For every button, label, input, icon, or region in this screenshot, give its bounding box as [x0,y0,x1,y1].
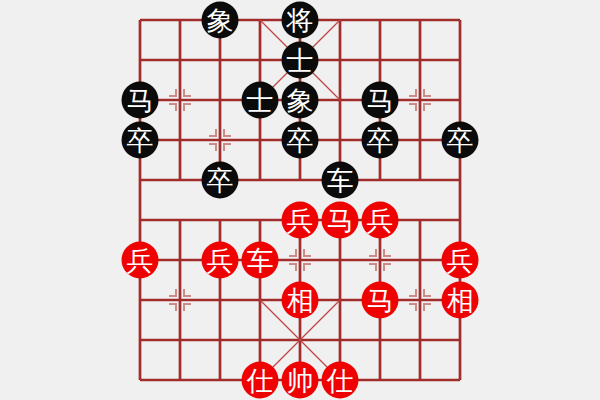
red-horse[interactable]: 马 [362,282,399,319]
red-general[interactable]: 帅 [282,362,319,399]
red-soldier[interactable]: 兵 [442,242,479,279]
red-elephant[interactable]: 相 [282,282,319,319]
black-soldier[interactable]: 卒 [282,122,319,159]
xiangqi-board: 象将士马士象马卒卒卒卒卒车兵马兵兵兵车兵相马相仕帅仕 [0,0,600,400]
black-horse[interactable]: 马 [362,82,399,119]
red-advisor[interactable]: 仕 [242,362,279,399]
red-soldier[interactable]: 兵 [202,242,239,279]
black-general[interactable]: 将 [282,2,319,39]
black-elephant[interactable]: 象 [282,82,319,119]
red-soldier[interactable]: 兵 [362,202,399,239]
black-soldier[interactable]: 卒 [202,162,239,199]
black-chariot[interactable]: 车 [322,162,359,199]
red-soldier[interactable]: 兵 [282,202,319,239]
red-advisor[interactable]: 仕 [322,362,359,399]
black-horse[interactable]: 马 [122,82,159,119]
black-advisor[interactable]: 士 [282,42,319,79]
red-elephant[interactable]: 相 [442,282,479,319]
pieces-layer: 象将士马士象马卒卒卒卒卒车兵马兵兵兵车兵相马相仕帅仕 [0,0,600,400]
black-elephant[interactable]: 象 [202,2,239,39]
black-soldier[interactable]: 卒 [362,122,399,159]
red-horse[interactable]: 马 [322,202,359,239]
black-soldier[interactable]: 卒 [442,122,479,159]
red-soldier[interactable]: 兵 [122,242,159,279]
black-advisor[interactable]: 士 [242,82,279,119]
red-chariot[interactable]: 车 [242,242,279,279]
black-soldier[interactable]: 卒 [122,122,159,159]
